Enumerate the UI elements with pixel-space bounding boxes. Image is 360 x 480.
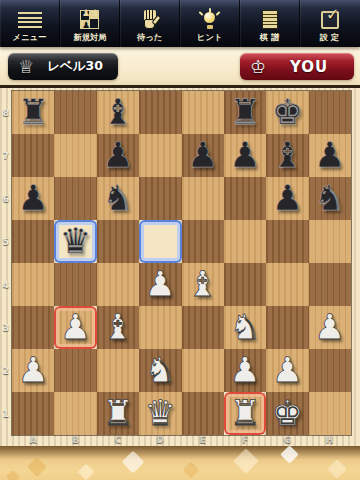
white-knight[interactable]: ♞ [145,353,176,388]
diamond-decor [327,459,347,479]
square-f6[interactable] [224,177,266,220]
square-e1[interactable] [182,392,224,435]
square-b4[interactable] [54,263,96,306]
black-pawn[interactable]: ♟ [17,181,48,216]
diamond-decor [6,470,20,480]
black-rook[interactable]: ♜ [229,95,260,130]
file-label-e: E [182,433,224,446]
square-f2[interactable]: ♟ [224,349,266,392]
bottom-decor-area [0,446,360,480]
file-label-h: H [309,433,351,446]
square-f1[interactable]: ♜ [224,392,266,435]
square-d2[interactable]: ♞ [139,349,181,392]
chess-board-frame: 87654321 ♜♝♜♚♟♟♟♝♟♟♞♟♞♛♟♝♟♝♞♟♟♞♟♟♜♛♜♚ AB… [0,85,360,446]
square-c6[interactable]: ♞ [97,177,139,220]
square-d8[interactable] [139,91,181,134]
square-g2[interactable]: ♟ [266,349,308,392]
hint-button[interactable]: ヒント [180,0,240,47]
player-bar: ♕ レベル30 ♔ YOU [0,47,360,85]
white-queen[interactable]: ♛ [145,396,176,431]
square-a5[interactable] [12,220,54,263]
rank-labels: 87654321 [0,91,12,435]
square-g1[interactable]: ♚ [266,392,308,435]
diamond-decor [233,448,258,473]
file-label-d: D [139,433,181,446]
square-d6[interactable] [139,177,181,220]
white-pawn[interactable]: ♟ [314,310,345,345]
square-c5[interactable] [97,220,139,263]
opponent-level-badge[interactable]: ♕ レベル30 [8,53,118,80]
diamond-decor [183,462,200,479]
rank-label-5: 5 [0,220,12,263]
rank-label-3: 3 [0,306,12,349]
square-b8[interactable] [54,91,96,134]
black-bishop[interactable]: ♝ [272,138,303,173]
white-bishop[interactable]: ♝ [102,310,133,345]
black-rook[interactable]: ♜ [17,95,48,130]
square-f8[interactable]: ♜ [224,91,266,134]
square-b5[interactable]: ♛ [54,220,96,263]
file-label-a: A [12,433,54,446]
square-b2[interactable] [54,349,96,392]
settings-button[interactable]: 設 定 [300,0,360,47]
settings-button-label: 設 定 [320,32,339,44]
diamond-decor [122,451,145,474]
black-knight[interactable]: ♞ [102,181,133,216]
file-label-b: B [54,433,96,446]
new-game-button[interactable]: 新規対局 [60,0,120,47]
rank-label-7: 7 [0,134,12,177]
square-g3[interactable] [266,306,308,349]
square-h4[interactable] [309,263,351,306]
square-a6[interactable]: ♟ [12,177,54,220]
square-h6[interactable]: ♞ [309,177,351,220]
diamond-decor [78,464,95,480]
square-e7[interactable]: ♟ [182,134,224,177]
black-pawn[interactable]: ♟ [102,138,133,173]
takeback-button[interactable]: 待った [120,0,180,47]
square-d5[interactable] [139,220,181,263]
square-e3[interactable] [182,306,224,349]
game-record-button[interactable]: 棋 譜 [240,0,300,47]
square-g8[interactable]: ♚ [266,91,308,134]
black-pawn[interactable]: ♟ [272,181,303,216]
square-h1[interactable] [309,392,351,435]
white-pawn[interactable]: ♟ [17,353,48,388]
square-b3[interactable]: ♟ [54,306,96,349]
you-label: YOU [274,58,344,76]
square-e6[interactable] [182,177,224,220]
square-c4[interactable] [97,263,139,306]
white-pawn[interactable]: ♟ [145,267,176,302]
game-record-icon [262,10,278,29]
rank-label-1: 1 [0,392,12,435]
black-knight[interactable]: ♞ [314,181,345,216]
square-b7[interactable] [54,134,96,177]
white-king[interactable]: ♚ [272,396,303,431]
square-g7[interactable]: ♝ [266,134,308,177]
square-e2[interactable] [182,349,224,392]
new-game-board-icon [80,10,99,29]
white-knight[interactable]: ♞ [229,310,260,345]
menu-icon [18,12,42,29]
square-c7[interactable]: ♟ [97,134,139,177]
square-b6[interactable] [54,177,96,220]
square-e4[interactable]: ♝ [182,263,224,306]
square-a8[interactable]: ♜ [12,91,54,134]
rank-label-2: 2 [0,349,12,392]
rank-label-6: 6 [0,177,12,220]
takeback-button-label: 待った [137,32,162,44]
settings-check-icon [321,11,339,29]
white-king-crown-icon: ♔ [250,58,266,76]
square-h3[interactable]: ♟ [309,306,351,349]
file-label-c: C [97,433,139,446]
black-bishop[interactable]: ♝ [102,95,133,130]
diamond-decor [280,446,298,464]
file-label-g: G [266,433,308,446]
hint-button-label: ヒント [197,32,222,44]
square-f4[interactable] [224,263,266,306]
square-h7[interactable]: ♟ [309,134,351,177]
square-a7[interactable] [12,134,54,177]
square-c8[interactable]: ♝ [97,91,139,134]
square-c2[interactable] [97,349,139,392]
square-d4[interactable]: ♟ [139,263,181,306]
menu-button-label: メニュー [13,32,47,44]
square-c1[interactable]: ♜ [97,392,139,435]
white-pawn[interactable]: ♟ [60,310,91,345]
square-a1[interactable] [12,392,54,435]
square-d1[interactable]: ♛ [139,392,181,435]
black-queen[interactable]: ♛ [60,224,91,259]
white-rook[interactable]: ♜ [102,396,133,431]
square-f7[interactable]: ♟ [224,134,266,177]
square-e8[interactable] [182,91,224,134]
you-badge[interactable]: ♔ YOU [240,53,354,80]
square-a3[interactable] [12,306,54,349]
square-d7[interactable] [139,134,181,177]
square-f5[interactable] [224,220,266,263]
square-b1[interactable] [54,392,96,435]
square-c3[interactable]: ♝ [97,306,139,349]
top-toolbar: メニュー 新規対局 待った ヒント 棋 譜 設 定 [0,0,360,47]
white-pawn[interactable]: ♟ [229,353,260,388]
square-f3[interactable]: ♞ [224,306,266,349]
game-record-button-label: 棋 譜 [260,32,279,44]
white-rook[interactable]: ♜ [229,396,260,431]
opponent-level-label: レベル30 [42,58,108,75]
black-king[interactable]: ♚ [272,95,303,130]
hint-lightbulb-icon [200,10,220,29]
rank-label-8: 8 [0,91,12,134]
file-labels: ABCDEFGH [12,433,351,446]
rank-label-4: 4 [0,263,12,306]
black-pawn[interactable]: ♟ [229,138,260,173]
black-pawn[interactable]: ♟ [187,138,218,173]
white-pawn[interactable]: ♟ [272,353,303,388]
square-a2[interactable]: ♟ [12,349,54,392]
square-d3[interactable] [139,306,181,349]
menu-button[interactable]: メニュー [0,0,60,47]
white-queen-crown-icon: ♕ [18,58,34,76]
square-e5[interactable] [182,220,224,263]
diamond-decor [27,457,47,477]
square-g4[interactable] [266,263,308,306]
square-a4[interactable] [12,263,54,306]
square-h8[interactable] [309,91,351,134]
square-h5[interactable] [309,220,351,263]
square-g5[interactable] [266,220,308,263]
square-h2[interactable] [309,349,351,392]
black-pawn[interactable]: ♟ [314,138,345,173]
takeback-hand-icon [140,10,160,29]
square-g6[interactable]: ♟ [266,177,308,220]
new-game-button-label: 新規対局 [73,32,106,44]
white-bishop[interactable]: ♝ [187,267,218,302]
file-label-f: F [224,433,266,446]
chess-board[interactable]: ♜♝♜♚♟♟♟♝♟♟♞♟♞♛♟♝♟♝♞♟♟♞♟♟♜♛♜♚ [12,91,351,435]
